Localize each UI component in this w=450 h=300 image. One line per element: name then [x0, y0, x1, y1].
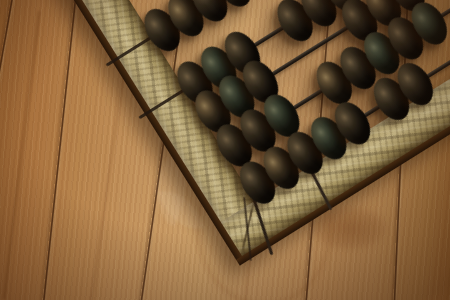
- abacus-photo: [0, 0, 450, 300]
